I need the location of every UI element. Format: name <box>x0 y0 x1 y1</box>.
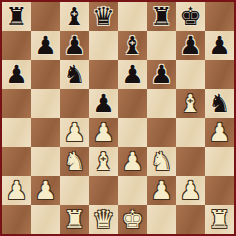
square-d5[interactable]: ♟ <box>89 89 118 118</box>
piece-white-rook: ♜ <box>208 205 230 234</box>
piece-black-pawn: ♟ <box>121 60 143 89</box>
square-g2[interactable]: ♟ <box>176 176 205 205</box>
square-h1[interactable]: ♜ <box>205 205 234 234</box>
piece-white-pawn: ♟ <box>150 176 172 205</box>
square-b3[interactable] <box>31 147 60 176</box>
square-c3[interactable]: ♞ <box>60 147 89 176</box>
piece-white-bishop: ♝ <box>179 89 201 118</box>
piece-white-pawn: ♟ <box>5 176 27 205</box>
square-d2[interactable] <box>89 176 118 205</box>
square-c2[interactable] <box>60 176 89 205</box>
square-g7[interactable]: ♟ <box>176 31 205 60</box>
square-f8[interactable]: ♜ <box>147 2 176 31</box>
square-f4[interactable] <box>147 118 176 147</box>
piece-white-rook: ♜ <box>63 205 85 234</box>
square-f3[interactable]: ♞ <box>147 147 176 176</box>
square-h6[interactable] <box>205 60 234 89</box>
square-h8[interactable] <box>205 2 234 31</box>
piece-white-pawn: ♟ <box>179 176 201 205</box>
square-a4[interactable] <box>2 118 31 147</box>
square-a6[interactable]: ♟ <box>2 60 31 89</box>
piece-white-knight: ♞ <box>63 147 85 176</box>
square-g3[interactable] <box>176 147 205 176</box>
square-h7[interactable]: ♟ <box>205 31 234 60</box>
piece-black-queen: ♛ <box>92 2 114 31</box>
square-e3[interactable]: ♟ <box>118 147 147 176</box>
square-b4[interactable] <box>31 118 60 147</box>
square-d1[interactable]: ♛ <box>89 205 118 234</box>
square-f6[interactable]: ♟ <box>147 60 176 89</box>
piece-black-king: ♚ <box>179 2 201 31</box>
piece-black-pawn: ♟ <box>208 31 230 60</box>
square-e5[interactable] <box>118 89 147 118</box>
square-b8[interactable] <box>31 2 60 31</box>
square-c5[interactable] <box>60 89 89 118</box>
square-d8[interactable]: ♛ <box>89 2 118 31</box>
square-h4[interactable]: ♟ <box>205 118 234 147</box>
piece-white-queen: ♛ <box>92 205 114 234</box>
square-d3[interactable]: ♝ <box>89 147 118 176</box>
piece-white-pawn: ♟ <box>208 118 230 147</box>
square-b6[interactable] <box>31 60 60 89</box>
piece-white-king: ♚ <box>121 205 143 234</box>
square-g4[interactable] <box>176 118 205 147</box>
piece-black-rook: ♜ <box>150 2 172 31</box>
piece-black-pawn: ♟ <box>179 31 201 60</box>
piece-white-pawn: ♟ <box>34 176 56 205</box>
square-e1[interactable]: ♚ <box>118 205 147 234</box>
square-d6[interactable] <box>89 60 118 89</box>
square-g8[interactable]: ♚ <box>176 2 205 31</box>
piece-black-knight: ♞ <box>63 60 85 89</box>
piece-white-bishop: ♝ <box>92 147 114 176</box>
piece-white-pawn: ♟ <box>63 118 85 147</box>
square-b1[interactable] <box>31 205 60 234</box>
square-e2[interactable] <box>118 176 147 205</box>
square-e8[interactable] <box>118 2 147 31</box>
square-f2[interactable]: ♟ <box>147 176 176 205</box>
square-a3[interactable] <box>2 147 31 176</box>
square-c1[interactable]: ♜ <box>60 205 89 234</box>
square-g1[interactable] <box>176 205 205 234</box>
square-g6[interactable] <box>176 60 205 89</box>
square-a5[interactable] <box>2 89 31 118</box>
piece-black-pawn: ♟ <box>5 60 27 89</box>
square-b5[interactable] <box>31 89 60 118</box>
square-d7[interactable] <box>89 31 118 60</box>
piece-black-pawn: ♟ <box>150 60 172 89</box>
square-a7[interactable] <box>2 31 31 60</box>
piece-white-pawn: ♟ <box>121 147 143 176</box>
square-a1[interactable] <box>2 205 31 234</box>
square-f5[interactable] <box>147 89 176 118</box>
square-d4[interactable]: ♟ <box>89 118 118 147</box>
square-h3[interactable] <box>205 147 234 176</box>
piece-black-pawn: ♟ <box>92 89 114 118</box>
square-e7[interactable]: ♝ <box>118 31 147 60</box>
square-f7[interactable] <box>147 31 176 60</box>
square-c6[interactable]: ♞ <box>60 60 89 89</box>
square-c4[interactable]: ♟ <box>60 118 89 147</box>
piece-black-bishop: ♝ <box>121 31 143 60</box>
piece-black-pawn: ♟ <box>63 31 85 60</box>
square-b7[interactable]: ♟ <box>31 31 60 60</box>
chess-board: ♜♝♛♜♚♟♟♝♟♟♟♞♟♟♟♝♞♟♟♟♞♝♟♞♟♟♟♟♜♛♚♜ <box>0 0 236 236</box>
square-h2[interactable] <box>205 176 234 205</box>
piece-black-knight: ♞ <box>208 89 230 118</box>
square-a8[interactable]: ♜ <box>2 2 31 31</box>
square-a2[interactable]: ♟ <box>2 176 31 205</box>
square-c8[interactable]: ♝ <box>60 2 89 31</box>
square-g5[interactable]: ♝ <box>176 89 205 118</box>
piece-white-knight: ♞ <box>150 147 172 176</box>
square-e6[interactable]: ♟ <box>118 60 147 89</box>
square-f1[interactable] <box>147 205 176 234</box>
piece-black-rook: ♜ <box>5 2 27 31</box>
square-h5[interactable]: ♞ <box>205 89 234 118</box>
piece-black-pawn: ♟ <box>34 31 56 60</box>
piece-black-bishop: ♝ <box>63 2 85 31</box>
square-c7[interactable]: ♟ <box>60 31 89 60</box>
piece-white-pawn: ♟ <box>92 118 114 147</box>
square-e4[interactable] <box>118 118 147 147</box>
square-b2[interactable]: ♟ <box>31 176 60 205</box>
